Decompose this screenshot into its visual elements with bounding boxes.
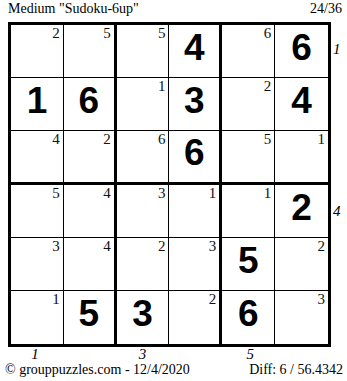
footer: © grouppuzzles.com - 12/4/2020 Diff: 6 /… bbox=[5, 362, 343, 378]
corner-clue: 2 bbox=[209, 291, 217, 307]
cell-r6c2[interactable]: 5 bbox=[64, 291, 117, 344]
corner-clue: 6 bbox=[158, 131, 166, 147]
big-digit: 6 bbox=[275, 22, 328, 74]
col-label-2 bbox=[62, 346, 116, 363]
cell-r3c4[interactable]: 6 bbox=[169, 131, 222, 184]
col-label-4 bbox=[169, 346, 223, 363]
cell-r2c5[interactable]: 2 bbox=[222, 78, 275, 131]
col-label-3: 3 bbox=[116, 346, 170, 363]
corner-clue: 1 bbox=[317, 131, 325, 147]
cell-counter: 24/36 bbox=[310, 1, 342, 17]
big-digit: 6 bbox=[222, 288, 274, 341]
cell-r2c2[interactable]: 6 bbox=[64, 78, 117, 131]
corner-clue: 3 bbox=[317, 291, 325, 307]
row-coordinate-labels: 14 bbox=[333, 22, 346, 347]
big-digit: 2 bbox=[275, 182, 328, 234]
corner-clue: 2 bbox=[317, 238, 325, 254]
row-label-5 bbox=[333, 239, 346, 293]
cell-r2c6[interactable]: 4 bbox=[275, 78, 328, 131]
cell-r4c5[interactable]: 1 bbox=[222, 185, 275, 238]
cell-r1c3[interactable]: 5 bbox=[117, 25, 170, 78]
corner-clue: 3 bbox=[52, 238, 60, 254]
corner-clue: 2 bbox=[264, 78, 272, 94]
big-digit: 5 bbox=[222, 235, 274, 287]
big-digit: 1 bbox=[11, 75, 63, 127]
cell-r5c5[interactable]: 5 bbox=[222, 238, 275, 291]
big-digit: 6 bbox=[169, 128, 219, 178]
cell-r1c2[interactable]: 5 bbox=[64, 25, 117, 78]
cell-r4c1[interactable]: 5 bbox=[11, 185, 64, 238]
cell-r3c6[interactable]: 1 bbox=[275, 131, 328, 184]
cell-r2c1[interactable]: 1 bbox=[11, 78, 64, 131]
corner-clue: 1 bbox=[158, 78, 166, 94]
col-label-1: 1 bbox=[8, 346, 62, 363]
corner-clue: 5 bbox=[52, 185, 60, 201]
corner-clue: 3 bbox=[158, 185, 166, 201]
corner-clue: 5 bbox=[158, 25, 166, 41]
cell-r4c2[interactable]: 4 bbox=[64, 185, 117, 238]
row-label-2 bbox=[333, 76, 346, 130]
puzzle-title: Medium "Sudoku-6up" bbox=[8, 1, 139, 17]
cell-r5c3[interactable]: 2 bbox=[117, 238, 170, 291]
corner-clue: 4 bbox=[52, 131, 60, 147]
cell-r6c4[interactable]: 2 bbox=[169, 291, 222, 344]
column-coordinate-labels: 135 bbox=[8, 346, 331, 363]
corner-clue: 5 bbox=[103, 25, 111, 41]
cell-r5c1[interactable]: 3 bbox=[11, 238, 64, 291]
corner-clue: 2 bbox=[52, 25, 60, 41]
cell-r1c4[interactable]: 4 bbox=[169, 25, 222, 78]
corner-clue: 2 bbox=[158, 238, 166, 254]
row-label-6 bbox=[333, 293, 346, 347]
cell-r5c6[interactable]: 2 bbox=[275, 238, 328, 291]
cell-r5c4[interactable]: 3 bbox=[169, 238, 222, 291]
cell-r3c3[interactable]: 6 bbox=[117, 131, 170, 184]
cell-r6c3[interactable]: 3 bbox=[117, 291, 170, 344]
col-label-5: 5 bbox=[223, 346, 277, 363]
corner-clue: 1 bbox=[264, 185, 272, 201]
cell-r6c1[interactable]: 1 bbox=[11, 291, 64, 344]
row-label-3 bbox=[333, 130, 346, 184]
corner-clue: 3 bbox=[209, 238, 217, 254]
cell-r5c2[interactable]: 4 bbox=[64, 238, 117, 291]
cell-r4c3[interactable]: 3 bbox=[117, 185, 170, 238]
difficulty-text: Diff: 6 / 56.4342 bbox=[249, 362, 343, 378]
row-label-1: 1 bbox=[333, 22, 346, 76]
cell-r3c1[interactable]: 4 bbox=[11, 131, 64, 184]
corner-clue: 1 bbox=[209, 185, 217, 201]
corner-clue: 1 bbox=[52, 291, 60, 307]
big-digit: 5 bbox=[64, 288, 114, 341]
sudoku-board: 255466161324426651543112342352153263 bbox=[8, 22, 331, 347]
big-digit: 4 bbox=[275, 75, 328, 127]
col-label-6 bbox=[277, 346, 331, 363]
cell-r1c5[interactable]: 6 bbox=[222, 25, 275, 78]
cell-r1c6[interactable]: 6 bbox=[275, 25, 328, 78]
corner-clue: 4 bbox=[103, 238, 111, 254]
big-digit: 6 bbox=[64, 75, 114, 127]
cell-r6c6[interactable]: 3 bbox=[275, 291, 328, 344]
corner-clue: 2 bbox=[103, 131, 111, 147]
puzzle-page: Medium "Sudoku-6up" 24/36 25546616132442… bbox=[0, 0, 347, 381]
corner-clue: 6 bbox=[264, 25, 272, 41]
corner-clue: 4 bbox=[103, 185, 111, 201]
big-digit: 4 bbox=[169, 22, 219, 74]
cell-r3c5[interactable]: 5 bbox=[222, 131, 275, 184]
big-digit: 3 bbox=[117, 288, 169, 341]
cell-r3c2[interactable]: 2 bbox=[64, 131, 117, 184]
corner-clue: 5 bbox=[264, 131, 272, 147]
cell-r2c4[interactable]: 3 bbox=[169, 78, 222, 131]
cell-r6c5[interactable]: 6 bbox=[222, 291, 275, 344]
copyright-text: © grouppuzzles.com - 12/4/2020 bbox=[5, 362, 190, 378]
cell-r2c3[interactable]: 1 bbox=[117, 78, 170, 131]
row-label-4: 4 bbox=[333, 185, 346, 239]
cell-r1c1[interactable]: 2 bbox=[11, 25, 64, 78]
cell-r4c6[interactable]: 2 bbox=[275, 185, 328, 238]
cell-r4c4[interactable]: 1 bbox=[169, 185, 222, 238]
big-digit: 3 bbox=[169, 75, 219, 127]
